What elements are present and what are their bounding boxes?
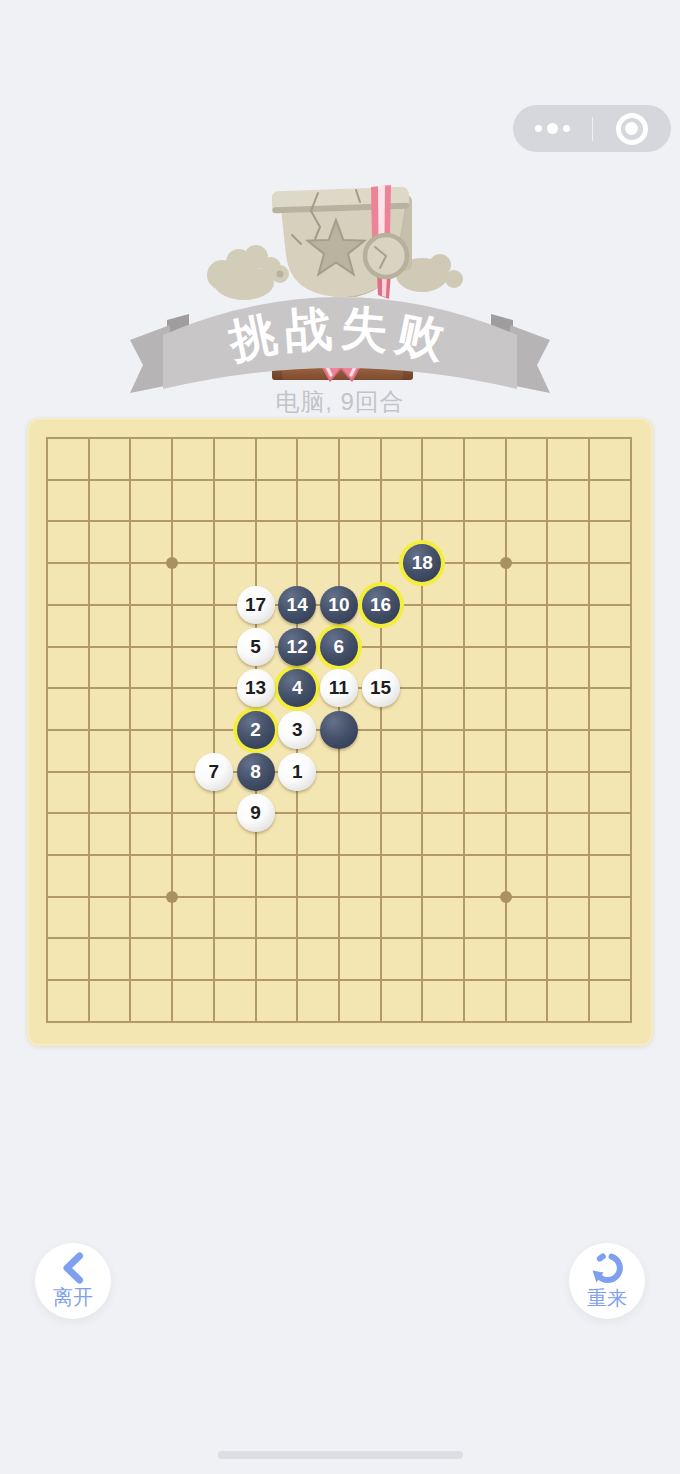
leave-button-label: 离开	[53, 1284, 93, 1311]
stone-16: 16	[362, 586, 400, 624]
dot	[563, 125, 570, 132]
leave-button[interactable]: 离开	[35, 1243, 111, 1319]
grid-line-v	[588, 437, 590, 1023]
grid-line-v	[421, 437, 423, 1023]
result-banner: 挑战失败	[125, 270, 555, 395]
stone-1: 1	[278, 753, 316, 791]
stone-2: 2	[237, 711, 275, 749]
retry-button-label: 重来	[587, 1285, 627, 1312]
banner-band	[163, 297, 517, 389]
ellipsis-icon	[535, 123, 570, 134]
stone-10: 10	[320, 586, 358, 624]
stone-7: 7	[195, 753, 233, 791]
grid-line-h	[46, 937, 632, 939]
grid-line-h	[46, 812, 632, 814]
target-circle-icon	[616, 113, 648, 145]
stone-14: 14	[278, 586, 316, 624]
star-point	[166, 557, 178, 569]
grid-line-v	[546, 437, 548, 1023]
stone-3: 3	[278, 711, 316, 749]
stone-17: 17	[237, 586, 275, 624]
retry-button[interactable]: 重来	[569, 1243, 645, 1319]
result-subtitle: 电脑, 9回合	[0, 386, 680, 418]
more-button[interactable]	[513, 105, 592, 152]
close-button[interactable]	[593, 105, 672, 152]
star-point	[500, 891, 512, 903]
dot	[535, 125, 542, 132]
grid-line-v	[630, 437, 632, 1023]
star-point	[500, 557, 512, 569]
grid-line-h	[46, 896, 632, 898]
stone-5: 5	[237, 628, 275, 666]
stone-12: 12	[278, 628, 316, 666]
stone-unnumbered	[320, 711, 358, 749]
dot	[547, 123, 558, 134]
stone-8: 8	[237, 753, 275, 791]
stone-18: 18	[403, 544, 441, 582]
grid-line-h	[46, 979, 632, 981]
gomoku-board[interactable]: 123456789101112131415161718	[27, 418, 653, 1046]
grid-line-h	[46, 854, 632, 856]
star-point	[166, 891, 178, 903]
grid-line-h	[46, 771, 632, 773]
grid-line-v	[463, 437, 465, 1023]
stone-11: 11	[320, 669, 358, 707]
target-dot	[625, 122, 638, 135]
restart-arrow-icon	[590, 1251, 624, 1285]
grid-line-h	[46, 1021, 632, 1023]
chevron-left-icon	[60, 1252, 86, 1284]
miniprogram-capsule	[513, 105, 671, 152]
stone-6: 6	[320, 628, 358, 666]
grid-line-v	[380, 437, 382, 1023]
home-indicator[interactable]	[218, 1451, 463, 1459]
gomoku-result-screen: 挑战失败 电脑, 9回合 123456789101112131415161718…	[0, 0, 680, 1474]
stone-9: 9	[237, 794, 275, 832]
stone-13: 13	[237, 669, 275, 707]
grid-line-v	[505, 437, 507, 1023]
stone-15: 15	[362, 669, 400, 707]
stone-4: 4	[278, 669, 316, 707]
